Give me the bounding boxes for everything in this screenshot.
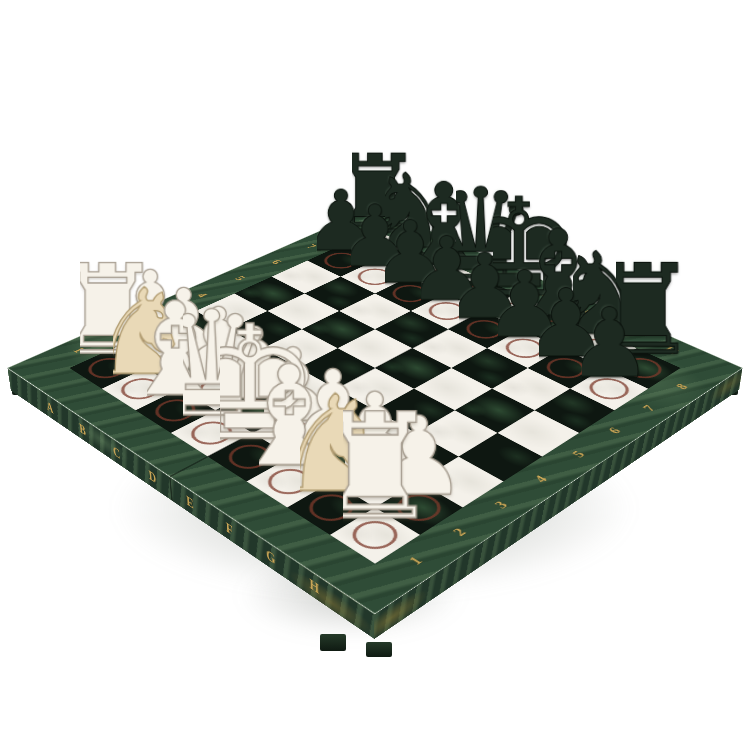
chess-set-photo: ABCDEFGH 12345678 12345678 ♜♞♝♛♚♝♞♜♟♟♟♟♟… bbox=[0, 0, 750, 750]
piece-glyph: ♜ bbox=[309, 399, 440, 535]
rank-label-glyph: 3 bbox=[492, 499, 512, 511]
rank-label-glyph: 4 bbox=[532, 473, 552, 484]
piece-glyph: ♟ bbox=[566, 299, 652, 389]
piece-white-rook-h1[interactable]: ♜ bbox=[343, 358, 407, 535]
rank-label-glyph: 8 bbox=[674, 382, 693, 392]
scene: ABCDEFGH 12345678 12345678 ♜♞♝♛♚♝♞♜♟♟♟♟♟… bbox=[0, 0, 750, 750]
piece-black-pawn-h7[interactable]: ♟ bbox=[582, 235, 637, 389]
rank-label-glyph: 1 bbox=[406, 554, 427, 567]
rank-label-glyph: 6 bbox=[606, 426, 625, 436]
rank-label-glyph: 7 bbox=[641, 403, 660, 413]
rank-label-glyph: 2 bbox=[450, 526, 471, 539]
chess-board: ABCDEFGH 12345678 12345678 ♜♞♝♛♚♝♞♜♟♟♟♟♟… bbox=[7, 207, 742, 614]
rank-label-glyph: 5 bbox=[570, 449, 590, 460]
